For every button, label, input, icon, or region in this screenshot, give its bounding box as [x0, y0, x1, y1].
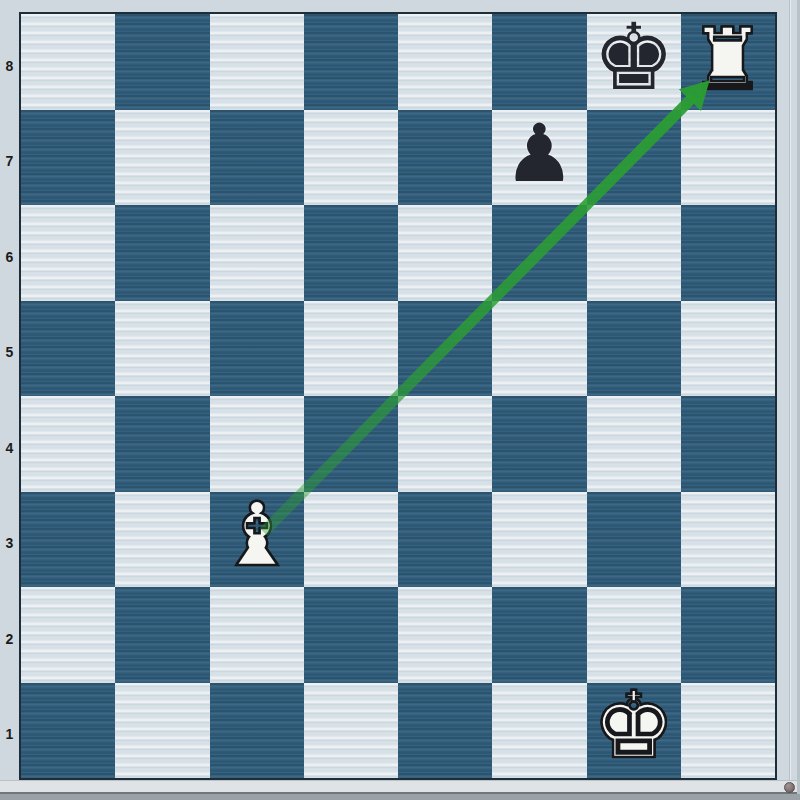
square-g8[interactable]: ♚: [587, 14, 681, 110]
square-a8[interactable]: [21, 14, 115, 110]
square-b1[interactable]: [115, 683, 209, 779]
square-d5[interactable]: [304, 301, 398, 397]
square-h6[interactable]: [681, 205, 775, 301]
square-d2[interactable]: [304, 587, 398, 683]
square-a4[interactable]: [21, 396, 115, 492]
rank-label-1: 1: [0, 726, 19, 742]
square-c7[interactable]: [210, 110, 304, 206]
rank-label-4: 4: [0, 440, 19, 456]
rank-label-6: 6: [0, 249, 19, 265]
rank-label-3: 3: [0, 535, 19, 551]
panel-bottom-band: [0, 794, 800, 800]
square-a3[interactable]: [21, 492, 115, 588]
square-f1[interactable]: [492, 683, 586, 779]
square-f2[interactable]: [492, 587, 586, 683]
chess-board-panel: ♚♜♟♝♚ 87654321ABCDEFGH: [0, 0, 800, 800]
square-e5[interactable]: [398, 301, 492, 397]
square-f5[interactable]: [492, 301, 586, 397]
rank-label-2: 2: [0, 631, 19, 647]
square-e7[interactable]: [398, 110, 492, 206]
piece-black-king-g8[interactable]: ♚: [592, 12, 674, 104]
square-b5[interactable]: [115, 301, 209, 397]
square-g2[interactable]: [587, 587, 681, 683]
square-a7[interactable]: [21, 110, 115, 206]
file-label-strip: [0, 780, 800, 792]
square-a5[interactable]: [21, 301, 115, 397]
square-g5[interactable]: [587, 301, 681, 397]
square-f4[interactable]: [492, 396, 586, 492]
square-c2[interactable]: [210, 587, 304, 683]
square-d1[interactable]: [304, 683, 398, 779]
piece-white-king-g1[interactable]: ♚: [592, 681, 674, 773]
square-h8[interactable]: ♜: [681, 14, 775, 110]
piece-white-bishop-c3[interactable]: ♝: [217, 492, 296, 580]
square-h3[interactable]: [681, 492, 775, 588]
square-d7[interactable]: [304, 110, 398, 206]
square-h1[interactable]: [681, 683, 775, 779]
square-g6[interactable]: [587, 205, 681, 301]
square-c5[interactable]: [210, 301, 304, 397]
square-h5[interactable]: [681, 301, 775, 397]
square-e3[interactable]: [398, 492, 492, 588]
square-f7[interactable]: ♟: [492, 110, 586, 206]
square-h7[interactable]: [681, 110, 775, 206]
square-b3[interactable]: [115, 492, 209, 588]
square-g4[interactable]: [587, 396, 681, 492]
square-a6[interactable]: [21, 205, 115, 301]
square-g7[interactable]: [587, 110, 681, 206]
square-e6[interactable]: [398, 205, 492, 301]
square-d4[interactable]: [304, 396, 398, 492]
square-g1[interactable]: ♚: [587, 683, 681, 779]
square-e8[interactable]: [398, 14, 492, 110]
square-c3[interactable]: ♝: [210, 492, 304, 588]
square-g3[interactable]: [587, 492, 681, 588]
square-f8[interactable]: [492, 14, 586, 110]
square-e4[interactable]: [398, 396, 492, 492]
square-d8[interactable]: [304, 14, 398, 110]
square-f3[interactable]: [492, 492, 586, 588]
square-e2[interactable]: [398, 587, 492, 683]
square-b7[interactable]: [115, 110, 209, 206]
square-f6[interactable]: [492, 205, 586, 301]
square-c6[interactable]: [210, 205, 304, 301]
square-h2[interactable]: [681, 587, 775, 683]
square-a1[interactable]: [21, 683, 115, 779]
square-d6[interactable]: [304, 205, 398, 301]
square-b4[interactable]: [115, 396, 209, 492]
square-c1[interactable]: [210, 683, 304, 779]
panel-right-groove-highlight: [790, 0, 791, 780]
piece-white-rook-h8[interactable]: ♜: [689, 15, 766, 101]
piece-black-pawn-f7[interactable]: ♟: [504, 114, 576, 194]
chess-board: ♚♜♟♝♚: [19, 12, 777, 780]
square-h4[interactable]: [681, 396, 775, 492]
square-d3[interactable]: [304, 492, 398, 588]
rank-label-5: 5: [0, 344, 19, 360]
square-c4[interactable]: [210, 396, 304, 492]
rank-label-8: 8: [0, 58, 19, 74]
resize-grip-icon[interactable]: [784, 782, 795, 793]
square-b2[interactable]: [115, 587, 209, 683]
square-a2[interactable]: [21, 587, 115, 683]
square-b8[interactable]: [115, 14, 209, 110]
square-b6[interactable]: [115, 205, 209, 301]
square-c8[interactable]: [210, 14, 304, 110]
rank-label-7: 7: [0, 153, 19, 169]
square-e1[interactable]: [398, 683, 492, 779]
